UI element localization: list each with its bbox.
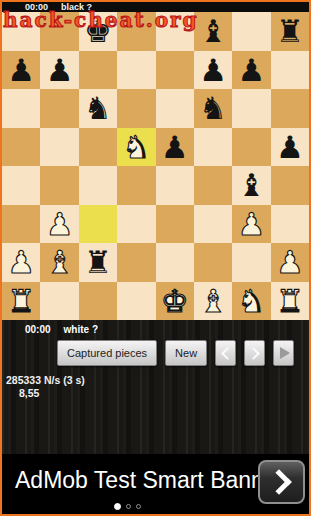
square-a5[interactable] — [2, 128, 40, 167]
square-h1[interactable]: ♜ — [271, 282, 309, 321]
chess-board[interactable]: ♚♝♜♟♟♟♟♞♞♞♟♟♝♟♟♟♝♜♟♜♚♝♞♜ — [2, 12, 309, 320]
square-f1[interactable]: ♝ — [194, 282, 232, 321]
square-d7[interactable] — [117, 51, 155, 90]
square-d8[interactable] — [117, 12, 155, 51]
piece-white-pawn-h2[interactable]: ♟ — [276, 243, 304, 281]
square-c7[interactable] — [79, 51, 117, 90]
square-e6[interactable] — [156, 89, 194, 128]
square-f6[interactable]: ♞ — [194, 89, 232, 128]
forward-move-button[interactable] — [244, 340, 265, 366]
page-dots — [114, 503, 141, 510]
square-e2[interactable] — [156, 243, 194, 282]
piece-white-king-e1[interactable]: ♚ — [161, 282, 189, 320]
square-g7[interactable]: ♟ — [232, 51, 270, 90]
square-b3[interactable]: ♟ — [40, 205, 78, 244]
piece-black-bishop-f8[interactable]: ♝ — [199, 12, 227, 50]
page-dot-3 — [136, 504, 141, 509]
piece-white-pawn-a2[interactable]: ♟ — [7, 243, 35, 281]
square-e5[interactable]: ♟ — [156, 128, 194, 167]
chevron-left-icon — [221, 347, 234, 360]
piece-black-pawn-h5[interactable]: ♟ — [276, 128, 304, 166]
square-d3[interactable] — [117, 205, 155, 244]
square-a6[interactable] — [2, 89, 40, 128]
piece-black-rook-c2[interactable]: ♜ — [84, 243, 112, 281]
square-a1[interactable]: ♜ — [2, 282, 40, 321]
piece-black-bishop-g4[interactable]: ♝ — [238, 166, 266, 204]
square-a2[interactable]: ♟ — [2, 243, 40, 282]
square-h7[interactable] — [271, 51, 309, 90]
piece-white-bishop-f1[interactable]: ♝ — [199, 282, 227, 320]
piece-black-pawn-b7[interactable]: ♟ — [46, 51, 74, 89]
square-g1[interactable]: ♞ — [232, 282, 270, 321]
ad-banner[interactable]: AdMob Test Smart Banner — [2, 454, 309, 514]
square-f8[interactable]: ♝ — [194, 12, 232, 51]
new-game-button[interactable]: New — [165, 340, 207, 366]
square-a4[interactable] — [2, 166, 40, 205]
square-h3[interactable] — [271, 205, 309, 244]
square-c8[interactable]: ♚ — [79, 12, 117, 51]
piece-white-knight-g1[interactable]: ♞ — [238, 282, 266, 320]
square-f7[interactable]: ♟ — [194, 51, 232, 90]
chevron-right-icon — [247, 347, 260, 360]
square-h2[interactable]: ♟ — [271, 243, 309, 282]
square-b7[interactable]: ♟ — [40, 51, 78, 90]
piece-black-knight-c6[interactable]: ♞ — [84, 89, 112, 127]
black-clock-bar: 00:00 black ? — [2, 2, 309, 12]
square-b6[interactable] — [40, 89, 78, 128]
play-icon — [280, 347, 290, 359]
black-player-label: black ? — [61, 2, 92, 12]
square-e1[interactable]: ♚ — [156, 282, 194, 321]
square-c4[interactable] — [79, 166, 117, 205]
white-clock-row: 00:00 white ? — [2, 320, 309, 335]
square-c5[interactable] — [79, 128, 117, 167]
square-b4[interactable] — [40, 166, 78, 205]
square-f4[interactable] — [194, 166, 232, 205]
piece-black-king-c8[interactable]: ♚ — [84, 12, 112, 50]
square-b2[interactable]: ♝ — [40, 243, 78, 282]
square-c1[interactable] — [79, 282, 117, 321]
piece-white-bishop-b2[interactable]: ♝ — [46, 243, 74, 281]
square-h8[interactable]: ♜ — [271, 12, 309, 51]
square-g5[interactable] — [232, 128, 270, 167]
square-h6[interactable] — [271, 89, 309, 128]
square-d1[interactable] — [117, 282, 155, 321]
captured-pieces-button[interactable]: Captured pieces — [57, 340, 157, 366]
square-c6[interactable]: ♞ — [79, 89, 117, 128]
square-d5[interactable]: ♞ — [117, 128, 155, 167]
square-f2[interactable] — [194, 243, 232, 282]
black-clock: 00:00 — [25, 2, 48, 12]
square-c3[interactable] — [79, 205, 117, 244]
ad-banner-title[interactable]: AdMob Test Smart Banner — [15, 467, 284, 494]
piece-white-knight-d5[interactable]: ♞ — [122, 128, 150, 166]
square-g6[interactable] — [232, 89, 270, 128]
control-panel: 00:00 white ? Captured pieces New 285333… — [2, 320, 309, 454]
square-d4[interactable] — [117, 166, 155, 205]
square-g3[interactable]: ♟ — [232, 205, 270, 244]
back-move-button[interactable] — [215, 340, 236, 366]
square-h4[interactable] — [271, 166, 309, 205]
page-dot-1 — [114, 503, 121, 510]
button-row: Captured pieces New — [57, 340, 309, 366]
engine-eval: 8,55 — [19, 387, 309, 399]
chevron-right-icon — [266, 469, 291, 494]
piece-white-pawn-g3[interactable]: ♟ — [238, 205, 266, 243]
ad-arrow-button[interactable] — [258, 460, 305, 504]
square-g4[interactable]: ♝ — [232, 166, 270, 205]
play-button[interactable] — [273, 340, 294, 366]
app-window: 00:00 black ? ♚♝♜♟♟♟♟♞♞♞♟♟♝♟♟♟♝♜♟♜♚♝♞♜ 0… — [0, 0, 311, 516]
square-b1[interactable] — [40, 282, 78, 321]
engine-nps: 285333 N/s (3 s) — [6, 374, 309, 386]
square-b5[interactable] — [40, 128, 78, 167]
piece-white-rook-a1[interactable]: ♜ — [7, 282, 35, 320]
piece-white-pawn-b3[interactable]: ♟ — [46, 205, 74, 243]
piece-white-rook-h1[interactable]: ♜ — [276, 282, 304, 320]
square-g2[interactable] — [232, 243, 270, 282]
square-a7[interactable]: ♟ — [2, 51, 40, 90]
square-f3[interactable] — [194, 205, 232, 244]
white-player-label: white ? — [64, 324, 98, 335]
square-a3[interactable] — [2, 205, 40, 244]
square-f5[interactable] — [194, 128, 232, 167]
piece-black-pawn-f7[interactable]: ♟ — [199, 51, 227, 89]
page-dot-2 — [126, 504, 131, 509]
square-e3[interactable] — [156, 205, 194, 244]
square-d6[interactable] — [117, 89, 155, 128]
square-e8[interactable] — [156, 12, 194, 51]
square-c2[interactable]: ♜ — [79, 243, 117, 282]
square-e4[interactable] — [156, 166, 194, 205]
square-g8[interactable] — [232, 12, 270, 51]
piece-black-pawn-e5[interactable]: ♟ — [161, 128, 189, 166]
square-a8[interactable] — [2, 12, 40, 51]
piece-black-knight-f6[interactable]: ♞ — [199, 89, 227, 127]
square-d2[interactable] — [117, 243, 155, 282]
piece-black-pawn-a7[interactable]: ♟ — [7, 51, 35, 89]
white-clock: 00:00 — [25, 324, 51, 335]
square-e7[interactable] — [156, 51, 194, 90]
square-b8[interactable] — [40, 12, 78, 51]
piece-black-pawn-g7[interactable]: ♟ — [238, 51, 266, 89]
piece-black-rook-h8[interactable]: ♜ — [276, 12, 304, 50]
square-h5[interactable]: ♟ — [271, 128, 309, 167]
